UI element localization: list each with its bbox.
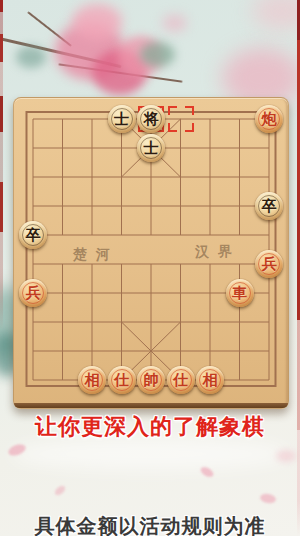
petal <box>53 484 67 497</box>
flower-blob <box>162 14 187 32</box>
piece-glyph: 卒 <box>19 221 47 249</box>
headline: 让你更深入的了解象棋 <box>0 412 300 442</box>
piece-glyph: 将 <box>137 105 165 133</box>
piece-red-帥[interactable]: 帥 <box>137 366 165 394</box>
board-bottom-edge <box>14 403 288 408</box>
piece-glyph: 士 <box>137 134 165 162</box>
footnote: 具体金额以活动规则为准 <box>0 513 300 536</box>
left-red-border <box>0 0 3 330</box>
piece-red-仕[interactable]: 仕 <box>108 366 136 394</box>
right-red-border <box>297 0 300 536</box>
marker-corner <box>168 106 177 115</box>
piece-glyph: 炮 <box>255 105 283 133</box>
flower-blob <box>72 4 122 39</box>
piece-red-車[interactable]: 車 <box>226 279 254 307</box>
piece-red-仕[interactable]: 仕 <box>167 366 195 394</box>
leaf-blob <box>140 42 175 67</box>
river-label-chu: 楚河 <box>73 246 119 264</box>
piece-black-将[interactable]: 将 <box>137 105 165 133</box>
river-label-han: 汉界 <box>195 243 241 261</box>
white-streak <box>10 438 290 470</box>
piece-glyph: 仕 <box>108 366 136 394</box>
marker-corner <box>185 123 194 132</box>
last-move-marker <box>168 106 194 132</box>
piece-red-兵[interactable]: 兵 <box>255 250 283 278</box>
petal <box>259 493 276 505</box>
piece-glyph: 士 <box>108 105 136 133</box>
piece-glyph: 車 <box>226 279 254 307</box>
piece-glyph: 帥 <box>137 366 165 394</box>
piece-red-炮[interactable]: 炮 <box>255 105 283 133</box>
flower-blob <box>252 0 300 30</box>
piece-black-士[interactable]: 士 <box>137 134 165 162</box>
marker-corner <box>185 106 194 115</box>
marker-corner <box>168 123 177 132</box>
piece-glyph: 相 <box>78 366 106 394</box>
piece-glyph: 相 <box>196 366 224 394</box>
ad-screen: 楚河 汉界 士将炮士卒卒兵兵車相仕帥仕相 让你更深入的了解象棋 具体金额以活动规… <box>0 0 300 536</box>
piece-black-卒[interactable]: 卒 <box>255 192 283 220</box>
xiangqi-board[interactable]: 楚河 汉界 士将炮士卒卒兵兵車相仕帥仕相 <box>13 97 289 409</box>
piece-red-相[interactable]: 相 <box>196 366 224 394</box>
piece-glyph: 仕 <box>167 366 195 394</box>
piece-glyph: 兵 <box>19 279 47 307</box>
piece-red-相[interactable]: 相 <box>78 366 106 394</box>
piece-glyph: 兵 <box>255 250 283 278</box>
piece-glyph: 卒 <box>255 192 283 220</box>
leaf-blob <box>16 46 46 68</box>
piece-black-士[interactable]: 士 <box>108 105 136 133</box>
petal <box>276 450 296 462</box>
piece-red-兵[interactable]: 兵 <box>19 279 47 307</box>
piece-black-卒[interactable]: 卒 <box>19 221 47 249</box>
